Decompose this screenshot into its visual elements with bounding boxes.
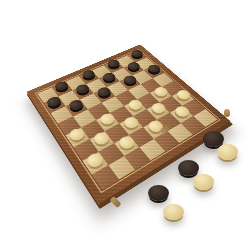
spare-checker-dark[interactable] [148, 185, 169, 201]
brass-clasp-knob [224, 109, 230, 117]
checker-piece-dark[interactable] [122, 77, 139, 89]
checker-piece-light[interactable] [122, 118, 141, 133]
brass-hinge-front-left [110, 196, 122, 208]
checker-piece-light[interactable] [149, 104, 168, 118]
checker-piece-light[interactable] [172, 107, 191, 121]
product-photo-stage [0, 0, 250, 250]
spare-checker-dark[interactable] [178, 160, 199, 176]
spare-checker-light[interactable] [217, 144, 238, 160]
checker-piece-dark[interactable] [46, 98, 63, 111]
spare-checker-light[interactable] [163, 204, 184, 220]
checker-piece-dark[interactable] [101, 74, 117, 85]
spare-checker-light[interactable] [193, 174, 214, 190]
